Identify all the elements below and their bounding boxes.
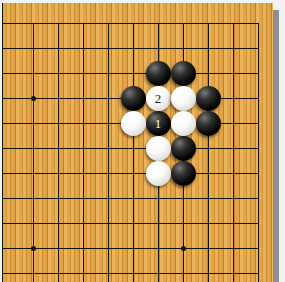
- grid-line-h: [2, 223, 259, 224]
- stone-black[interactable]: [196, 111, 221, 136]
- grid-line-h: [2, 273, 259, 274]
- grid-line-h: [2, 73, 259, 74]
- stone-white[interactable]: [171, 111, 196, 136]
- grid-line-h: [2, 23, 259, 24]
- grid-line-v: [108, 23, 109, 282]
- grid-line-v: [83, 23, 84, 282]
- grid-line-h: [2, 248, 259, 249]
- grid-line-v: [208, 23, 209, 282]
- stone-black[interactable]: [171, 161, 196, 186]
- grid-line-v: [33, 23, 34, 282]
- grid-line-h: [2, 198, 259, 199]
- stone-black[interactable]: [196, 86, 221, 111]
- stone-white[interactable]: 2: [146, 86, 171, 111]
- stone-white[interactable]: [171, 86, 196, 111]
- go-diagram: 12: [0, 0, 285, 282]
- stone-white[interactable]: [121, 111, 146, 136]
- board-drop-shadow: [273, 10, 279, 282]
- star-point: [31, 246, 36, 251]
- grid-line-h: [2, 48, 259, 49]
- stone-black[interactable]: [121, 86, 146, 111]
- move-label: 1: [155, 117, 162, 130]
- move-label: 2: [155, 92, 162, 105]
- stone-black[interactable]: 1: [146, 111, 171, 136]
- stone-black[interactable]: [171, 61, 196, 86]
- star-point: [31, 96, 36, 101]
- stone-black[interactable]: [171, 136, 196, 161]
- grid-line-v: [258, 23, 259, 282]
- stone-white[interactable]: [146, 136, 171, 161]
- grid-line-h: [2, 173, 259, 174]
- grid-line-v: [133, 23, 134, 282]
- stone-white[interactable]: [146, 161, 171, 186]
- grid-line-h: [2, 148, 259, 149]
- grid-line-v: [233, 23, 234, 282]
- grid-line-v: [58, 23, 59, 282]
- stone-black[interactable]: [146, 61, 171, 86]
- star-point: [181, 246, 186, 251]
